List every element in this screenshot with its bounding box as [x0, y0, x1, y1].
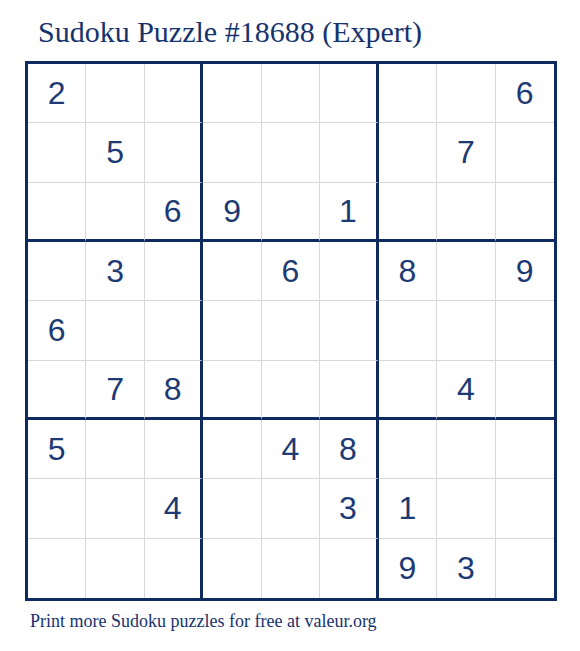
cell-r1c1: 2 [28, 64, 86, 123]
cell-r7c2 [86, 420, 144, 479]
cell-r4c5: 6 [262, 242, 320, 301]
cell-r7c4 [203, 420, 261, 479]
cell-r1c8 [437, 64, 495, 123]
cell-r3c9 [496, 183, 554, 242]
cell-r6c6 [320, 361, 378, 420]
cell-r5c5 [262, 301, 320, 360]
cell-r3c4: 9 [203, 183, 261, 242]
cell-r1c2 [86, 64, 144, 123]
cell-r5c3 [145, 301, 203, 360]
cell-r4c7: 8 [379, 242, 437, 301]
cell-r3c8 [437, 183, 495, 242]
cell-r3c6: 1 [320, 183, 378, 242]
cell-r9c8: 3 [437, 539, 495, 598]
cell-r3c1 [28, 183, 86, 242]
cell-r8c5 [262, 479, 320, 538]
cell-r4c1 [28, 242, 86, 301]
cell-r7c7 [379, 420, 437, 479]
cell-r6c5 [262, 361, 320, 420]
cell-r4c8 [437, 242, 495, 301]
cell-r1c4 [203, 64, 261, 123]
cell-r2c8: 7 [437, 123, 495, 182]
cell-r4c9: 9 [496, 242, 554, 301]
puzzle-title: Sudoku Puzzle #18688 (Expert) [38, 15, 422, 49]
cell-r9c1 [28, 539, 86, 598]
cell-r3c3: 6 [145, 183, 203, 242]
cell-r4c6 [320, 242, 378, 301]
cell-r1c6 [320, 64, 378, 123]
cell-r8c4 [203, 479, 261, 538]
sudoku-board: 26576913689678454843193 [25, 61, 557, 601]
cell-r9c3 [145, 539, 203, 598]
cell-r5c6 [320, 301, 378, 360]
cell-r6c4 [203, 361, 261, 420]
cell-r6c8: 4 [437, 361, 495, 420]
cell-r7c8 [437, 420, 495, 479]
cell-r8c7: 1 [379, 479, 437, 538]
cell-r8c2 [86, 479, 144, 538]
cell-r6c1 [28, 361, 86, 420]
cell-r8c6: 3 [320, 479, 378, 538]
cell-r2c5 [262, 123, 320, 182]
cell-r6c3: 8 [145, 361, 203, 420]
cell-r6c2: 7 [86, 361, 144, 420]
cell-r7c1: 5 [28, 420, 86, 479]
cell-r2c2: 5 [86, 123, 144, 182]
cell-r5c9 [496, 301, 554, 360]
cell-r1c3 [145, 64, 203, 123]
cell-r9c2 [86, 539, 144, 598]
cell-r5c4 [203, 301, 261, 360]
cell-r9c6 [320, 539, 378, 598]
cell-r2c6 [320, 123, 378, 182]
cell-r7c5: 4 [262, 420, 320, 479]
sudoku-page: Sudoku Puzzle #18688 (Expert) 2657691368… [0, 0, 580, 651]
cell-r5c8 [437, 301, 495, 360]
cell-r6c9 [496, 361, 554, 420]
footer-note: Print more Sudoku puzzles for free at va… [30, 611, 377, 632]
cell-r7c6: 8 [320, 420, 378, 479]
cell-r4c3 [145, 242, 203, 301]
cell-r8c3: 4 [145, 479, 203, 538]
cell-r5c7 [379, 301, 437, 360]
cell-r9c7: 9 [379, 539, 437, 598]
cell-r9c4 [203, 539, 261, 598]
cell-r3c5 [262, 183, 320, 242]
cell-r2c9 [496, 123, 554, 182]
cell-r8c9 [496, 479, 554, 538]
cell-r5c1: 6 [28, 301, 86, 360]
cell-r9c9 [496, 539, 554, 598]
cell-r6c7 [379, 361, 437, 420]
cell-r5c2 [86, 301, 144, 360]
cell-r3c2 [86, 183, 144, 242]
cell-r3c7 [379, 183, 437, 242]
cell-r8c1 [28, 479, 86, 538]
cell-r2c7 [379, 123, 437, 182]
cell-r4c2: 3 [86, 242, 144, 301]
cell-r2c4 [203, 123, 261, 182]
cell-r2c1 [28, 123, 86, 182]
cell-r7c3 [145, 420, 203, 479]
cell-r7c9 [496, 420, 554, 479]
cell-r1c5 [262, 64, 320, 123]
cell-r9c5 [262, 539, 320, 598]
cell-r2c3 [145, 123, 203, 182]
cell-r8c8 [437, 479, 495, 538]
cell-r4c4 [203, 242, 261, 301]
cell-r1c7 [379, 64, 437, 123]
cell-r1c9: 6 [496, 64, 554, 123]
